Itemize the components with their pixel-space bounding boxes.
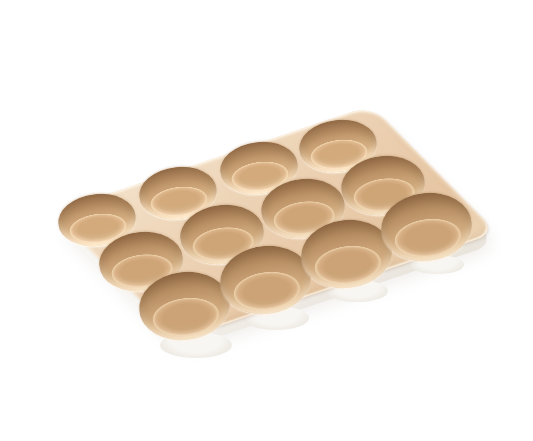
product-photo: [0, 0, 533, 441]
